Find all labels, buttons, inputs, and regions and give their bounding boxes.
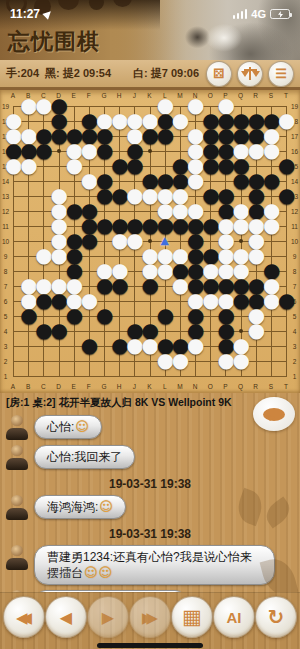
col-label: Q xyxy=(235,383,247,391)
black-stone: ● xyxy=(96,308,112,324)
scales-icon xyxy=(243,67,258,80)
row-label: 3 xyxy=(289,343,300,351)
row-label: 17 xyxy=(289,133,300,141)
white-stone: ● xyxy=(126,233,142,249)
smiley-emoji-icon: ☺ xyxy=(84,565,98,581)
chat-bubble: 心怡:我回来了 xyxy=(34,445,135,469)
right-arrow-icon: ▶ xyxy=(102,608,114,627)
row-label: 10 xyxy=(0,238,11,246)
white-stone: ● xyxy=(172,353,188,369)
white-stone: ● xyxy=(248,143,264,159)
white-stone: ● xyxy=(35,98,51,114)
black-stone: ● xyxy=(66,308,82,324)
col-label: A xyxy=(7,92,19,100)
row-label: 7 xyxy=(0,283,11,291)
col-label: F xyxy=(83,92,95,100)
white-stone: ● xyxy=(51,248,67,264)
col-label: G xyxy=(98,92,110,100)
avatar xyxy=(6,415,28,440)
col-label: H xyxy=(113,92,125,100)
black-stone: ● xyxy=(157,218,173,234)
jump-to-start-button[interactable]: ◀◀ xyxy=(3,596,45,638)
white-stone: ● xyxy=(248,323,264,339)
white-stone: ● xyxy=(187,338,203,354)
white-stone: ● xyxy=(20,98,36,114)
black-stone: ● xyxy=(96,278,112,294)
white-stone: ● xyxy=(278,113,294,129)
star-point xyxy=(148,149,152,153)
battery-icon xyxy=(270,9,290,19)
black-stone: ● xyxy=(96,218,112,234)
double-right-arrow-icon: ▶▶ xyxy=(142,608,158,627)
go-board[interactable]: AABBCCDDEEFFGGHHJJKKLLMMNNOOPPQQRRSSTT19… xyxy=(0,88,300,393)
col-label: N xyxy=(189,383,201,391)
col-label: G xyxy=(98,383,110,391)
white-stone: ● xyxy=(172,113,188,129)
white-stone: ● xyxy=(202,293,218,309)
row-label: 1 xyxy=(289,373,300,381)
black-stone: ● xyxy=(263,173,279,189)
row-label: 1 xyxy=(0,373,11,381)
smiley-emoji-icon: ☺ xyxy=(99,499,113,515)
white-stone: ● xyxy=(81,173,97,189)
left-arrow-icon: ◀ xyxy=(60,608,72,627)
ai-label: AI xyxy=(227,608,242,627)
black-stone: ● xyxy=(81,338,97,354)
chat-timestamp: 19-03-31 19:38 xyxy=(0,477,300,491)
black-stone: ● xyxy=(202,158,218,174)
black-stone: ● xyxy=(51,293,67,309)
black-stone: ● xyxy=(20,308,36,324)
white-stone: ● xyxy=(142,338,158,354)
col-label: S xyxy=(265,92,277,100)
white-stone: ● xyxy=(248,248,264,264)
row-label: 14 xyxy=(0,178,11,186)
black-stone: ● xyxy=(278,158,294,174)
col-label: P xyxy=(219,383,231,391)
row-label: 11 xyxy=(289,223,300,231)
chat-bubble: 海鸿海鸿:☺ xyxy=(34,495,126,519)
white-stone: ● xyxy=(157,353,173,369)
app-root: { "game": "go", "app": { "title": "忘忧围棋"… xyxy=(0,0,300,649)
col-label: S xyxy=(265,383,277,391)
col-label: R xyxy=(250,92,262,100)
black-stone: ● xyxy=(35,323,51,339)
row-label: 6 xyxy=(0,298,11,306)
exit-button[interactable]: ↻ xyxy=(255,596,297,638)
row-label: 5 xyxy=(0,313,11,321)
black-stone: ● xyxy=(66,203,82,219)
black-stone: ● xyxy=(111,278,127,294)
black-player-info: 黑: 提2 09:54 xyxy=(45,66,111,81)
white-stone: ● xyxy=(187,98,203,114)
col-label: K xyxy=(144,383,156,391)
white-stone: ● xyxy=(263,293,279,309)
black-stone: ● xyxy=(142,278,158,294)
white-player-info: 白: 提7 09:06 xyxy=(133,66,199,81)
col-label: D xyxy=(53,383,65,391)
col-label: O xyxy=(204,92,216,100)
black-stone: ● xyxy=(157,128,173,144)
row-label: 12 xyxy=(0,208,11,216)
jump-to-end-button[interactable]: ▶▶ xyxy=(129,596,171,638)
white-stone: ● xyxy=(157,263,173,279)
double-left-arrow-icon: ◀◀ xyxy=(16,608,32,627)
chat-message-row: 曹建勇1234:还真有心怡?我是说心怡来摆擂台☺☺ xyxy=(6,545,300,585)
white-stone: ● xyxy=(126,338,142,354)
row-label: 2 xyxy=(0,358,11,366)
white-stone: ● xyxy=(126,188,142,204)
col-label: K xyxy=(144,92,156,100)
step-back-button[interactable]: ◀ xyxy=(45,596,87,638)
app-title: 忘忧围棋 xyxy=(8,27,100,57)
row-label: 4 xyxy=(0,328,11,336)
col-label: O xyxy=(204,383,216,391)
avatar xyxy=(6,545,28,570)
exit-arrow-icon: ↻ xyxy=(268,605,285,629)
row-label: 10 xyxy=(289,238,300,246)
smiley-emoji-icon: ☺ xyxy=(75,419,89,435)
chat-bubble: 曹建勇1234:还真有心怡?我是说心怡来摆擂台☺☺ xyxy=(34,545,275,585)
game-info-bar: 手:204 黑: 提2 09:54 白: 提7 09:06 ⚄ ☰ xyxy=(0,60,300,88)
white-stone: ● xyxy=(81,293,97,309)
black-stone: ● xyxy=(278,293,294,309)
white-stone: ● xyxy=(111,113,127,129)
col-label: T xyxy=(280,383,292,391)
chat-message-row: 心怡:我回来了 xyxy=(6,445,300,470)
col-label: A xyxy=(7,383,19,391)
avatar xyxy=(6,445,28,470)
black-stone: ● xyxy=(81,233,97,249)
black-stone: ● xyxy=(202,188,218,204)
col-label: E xyxy=(68,92,80,100)
dice-button[interactable]: ⚄ xyxy=(206,61,232,87)
row-label: 12 xyxy=(289,208,300,216)
keyboard-button[interactable]: ▦ xyxy=(171,596,213,638)
col-label: M xyxy=(174,383,186,391)
black-stone: ● xyxy=(202,218,218,234)
white-stone: ● xyxy=(187,173,203,189)
row-label: 9 xyxy=(0,253,11,261)
col-label: H xyxy=(113,383,125,391)
menu-button[interactable]: ☰ xyxy=(268,61,294,87)
row-label: 8 xyxy=(0,268,11,276)
ai-button[interactable]: AI xyxy=(213,596,255,638)
move-counter: 手:204 xyxy=(6,66,39,81)
col-label: R xyxy=(250,383,262,391)
hamburger-icon: ☰ xyxy=(275,66,287,81)
white-stone: ● xyxy=(81,143,97,159)
black-stone: ● xyxy=(157,308,173,324)
home-indicator[interactable] xyxy=(97,643,203,648)
white-stone: ● xyxy=(111,233,127,249)
row-label: 8 xyxy=(289,268,300,276)
col-label: B xyxy=(22,383,34,391)
chat-toggle-button[interactable] xyxy=(253,397,295,431)
status-bar: 11:27 4G xyxy=(0,0,300,28)
chat-panel: [房:1 桌:2] 花开半夏故人归 8K VS Wellpoint 9K 心怡:… xyxy=(0,393,300,592)
location-arrow-icon xyxy=(42,8,53,19)
black-stone: ● xyxy=(96,143,112,159)
col-label: J xyxy=(128,383,140,391)
black-stone: ● xyxy=(111,188,127,204)
last-move-marker: ▲ xyxy=(158,235,172,247)
row-label: 9 xyxy=(289,253,300,261)
star-point xyxy=(57,149,61,153)
smiley-emoji-icon: ☺ xyxy=(99,565,113,581)
white-stone: ● xyxy=(263,218,279,234)
col-label: F xyxy=(83,383,95,391)
white-stone: ● xyxy=(142,188,158,204)
row-label: 2 xyxy=(289,358,300,366)
white-stone: ● xyxy=(5,158,21,174)
black-stone: ● xyxy=(111,338,127,354)
col-label: Q xyxy=(235,92,247,100)
black-stone: ● xyxy=(217,158,233,174)
black-stone: ● xyxy=(172,218,188,234)
clock-time: 11:27 xyxy=(10,7,40,21)
black-stone: ● xyxy=(278,188,294,204)
white-stone: ● xyxy=(233,353,249,369)
step-forward-button[interactable]: ▶ xyxy=(87,596,129,638)
row-label: 5 xyxy=(289,313,300,321)
col-label: M xyxy=(174,92,186,100)
row-label: 4 xyxy=(289,328,300,336)
white-stone: ● xyxy=(172,278,188,294)
dice-icon: ⚄ xyxy=(213,66,224,81)
row-label: 11 xyxy=(0,223,11,231)
col-label: T xyxy=(280,92,292,100)
white-stone: ● xyxy=(263,143,279,159)
white-stone: ● xyxy=(35,248,51,264)
black-stone: ● xyxy=(51,323,67,339)
black-stone: ● xyxy=(96,188,112,204)
black-stone: ● xyxy=(111,158,127,174)
signal-bars-icon xyxy=(233,9,248,19)
bottom-toolbar: ◀◀◀▶▶▶▦AI↻ xyxy=(0,592,300,649)
white-stone: ● xyxy=(20,158,36,174)
avatar xyxy=(6,495,28,520)
chat-timestamp: 19-03-31 19:38 xyxy=(0,527,300,541)
col-label: E xyxy=(68,383,80,391)
keyboard-icon: ▦ xyxy=(182,607,202,628)
col-label: L xyxy=(159,383,171,391)
col-label: C xyxy=(37,383,49,391)
col-label: J xyxy=(128,92,140,100)
row-label: 3 xyxy=(0,343,11,351)
white-stone: ● xyxy=(66,158,82,174)
chat-bubble: 心怡:☺ xyxy=(34,415,102,439)
black-stone: ● xyxy=(126,158,142,174)
score-button[interactable] xyxy=(237,61,263,87)
network-type: 4G xyxy=(251,8,266,20)
row-label: 13 xyxy=(0,193,11,201)
speech-bubble-icon xyxy=(263,408,285,421)
white-stone: ● xyxy=(217,353,233,369)
